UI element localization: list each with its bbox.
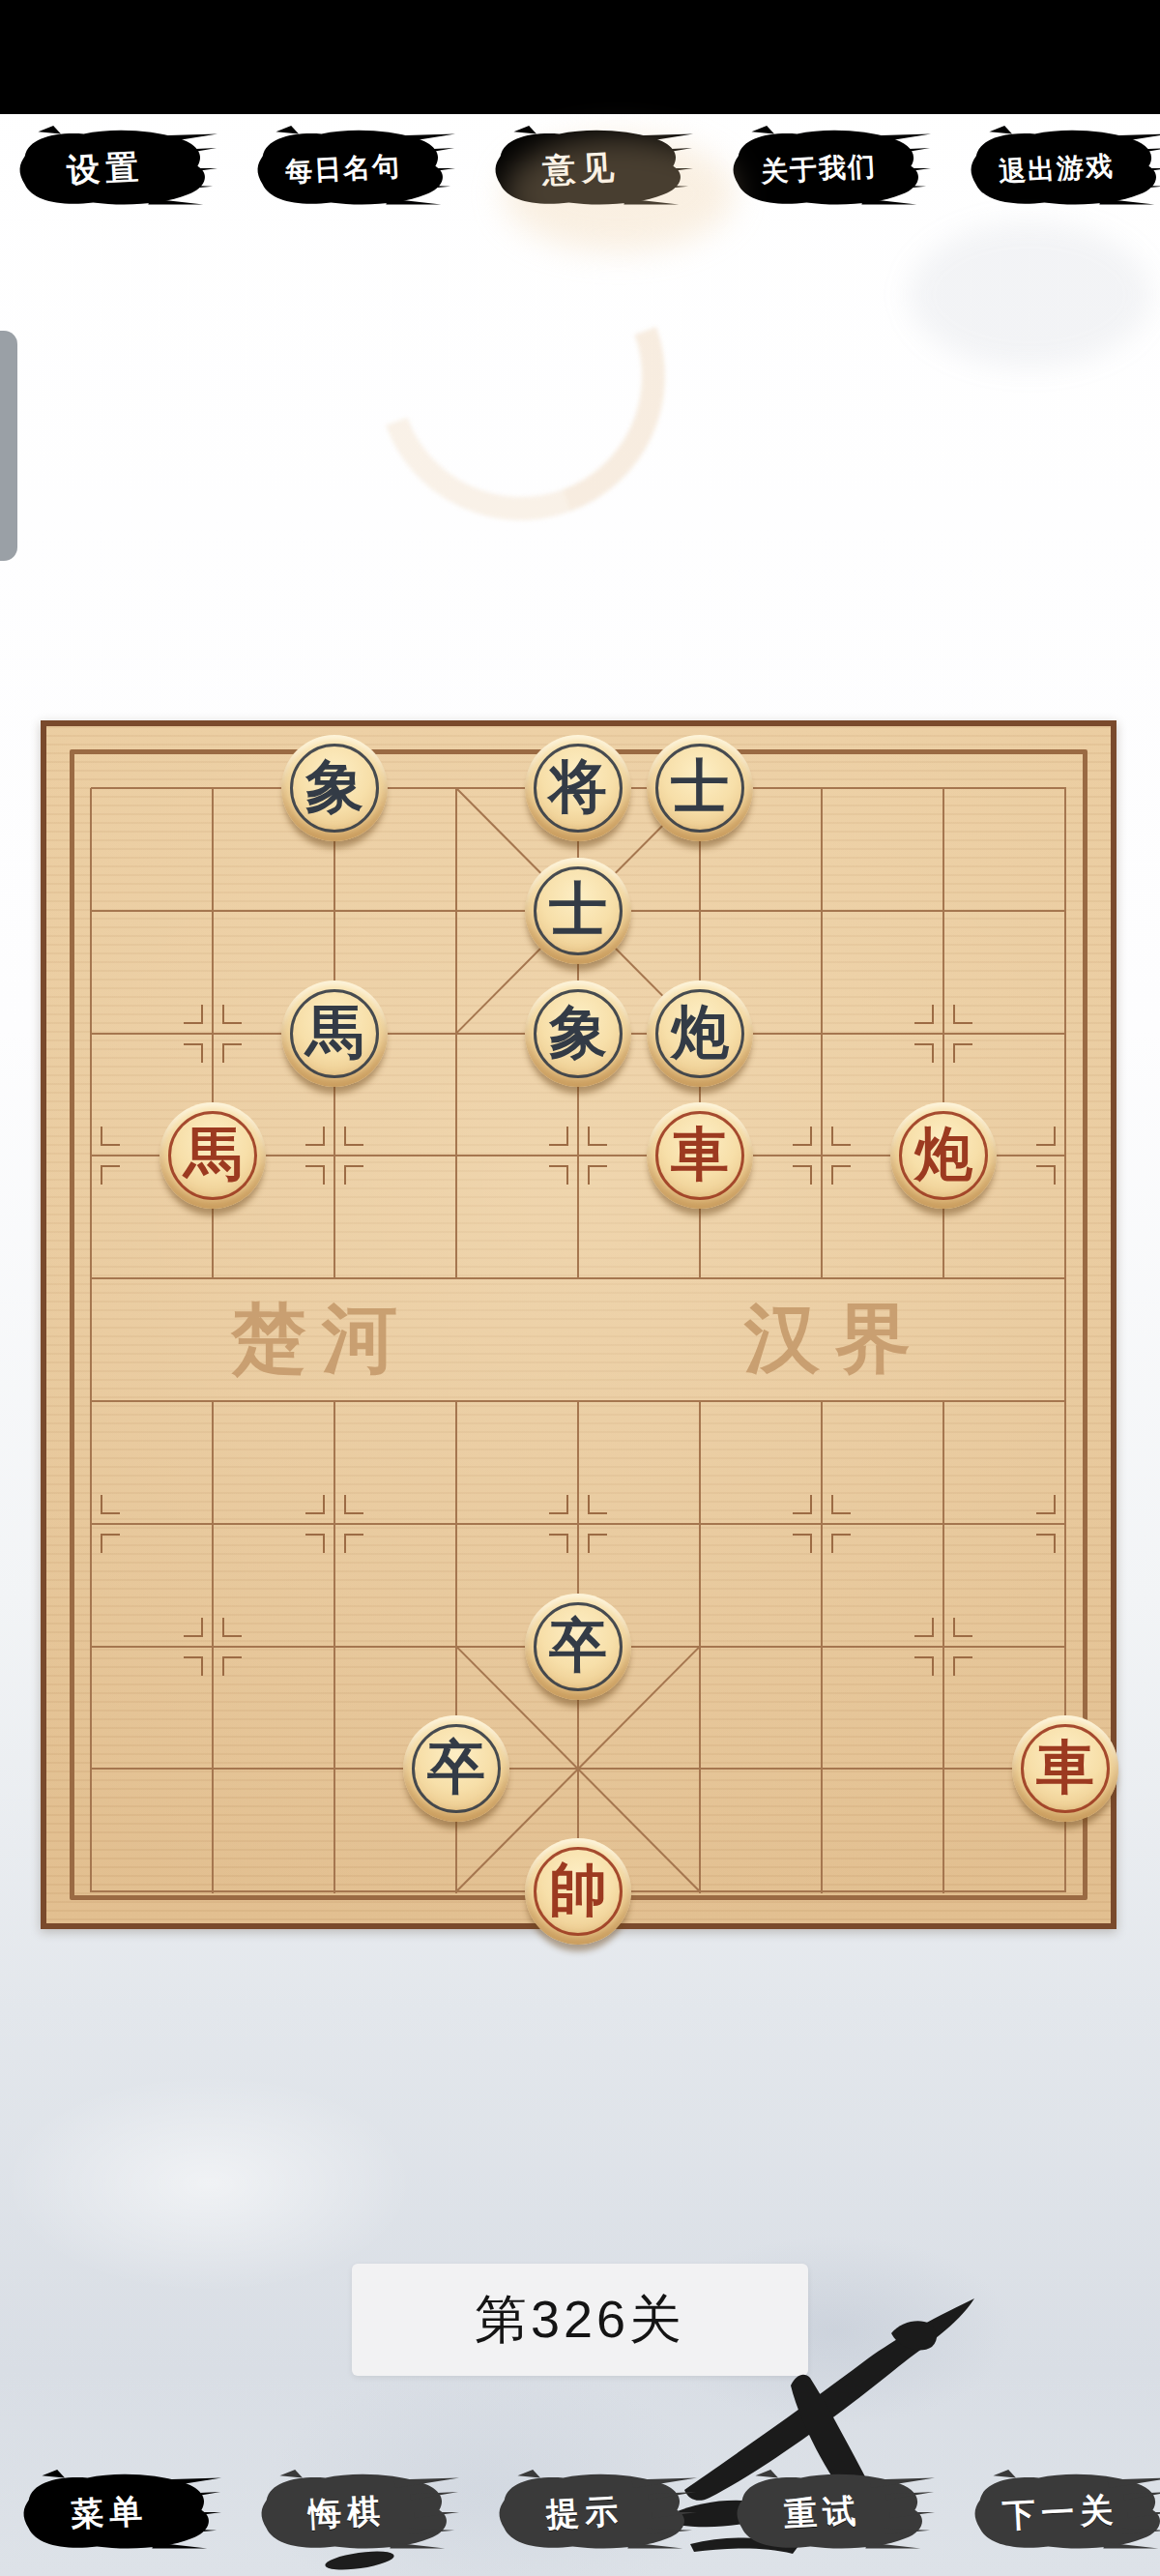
piece-glyph: 士 [647, 734, 753, 840]
point-marker [305, 1534, 325, 1553]
top-menu: 设置 每日名句 意见 关于我们 退出游戏 [0, 124, 1160, 217]
watermark-arc [330, 185, 712, 568]
grid-line [942, 1401, 944, 1893]
point-marker [184, 1043, 203, 1063]
grid-line [821, 1401, 823, 1893]
daily-quote-label: 每日名句 [262, 120, 425, 219]
point-marker [1036, 1534, 1056, 1553]
status-bar [0, 0, 1160, 114]
point-marker [914, 1656, 934, 1676]
point-marker [344, 1165, 363, 1185]
point-marker [588, 1495, 607, 1514]
point-marker [588, 1165, 607, 1185]
point-marker [549, 1165, 568, 1185]
point-marker [549, 1534, 568, 1553]
piece-glyph: 馬 [159, 1101, 266, 1208]
point-marker [793, 1127, 812, 1146]
point-marker [305, 1495, 325, 1514]
ink-smudge [909, 222, 1150, 367]
point-marker [101, 1495, 120, 1514]
point-marker [549, 1127, 568, 1146]
piece-glyph: 象 [525, 980, 631, 1086]
point-marker [344, 1495, 363, 1514]
point-marker [222, 1005, 242, 1024]
point-marker [184, 1656, 203, 1676]
retry-button[interactable]: 重试 [727, 2468, 936, 2559]
point-marker [953, 1005, 972, 1024]
point-marker [101, 1165, 120, 1185]
grid-line [699, 1401, 701, 1893]
point-marker [222, 1043, 242, 1063]
undo-button[interactable]: 悔棋 [251, 2468, 460, 2559]
settings-label: 设置 [24, 120, 188, 219]
about-us-label: 关于我们 [738, 120, 901, 219]
point-marker [914, 1043, 934, 1063]
piece-glyph: 将 [525, 734, 631, 840]
drawer-handle[interactable] [0, 331, 17, 561]
piece-glyph: 炮 [890, 1101, 997, 1208]
piece-glyph: 馬 [281, 980, 388, 1086]
river-label-left: 楚河 [231, 1289, 413, 1390]
about-us-button[interactable]: 关于我们 [723, 124, 932, 215]
point-marker [305, 1165, 325, 1185]
bottom-menu: 菜单 悔棋 提示 重试 下一关 [0, 2468, 1160, 2564]
point-marker [831, 1165, 851, 1185]
point-marker [1036, 1127, 1056, 1146]
menu-button[interactable]: 菜单 [14, 2468, 222, 2559]
point-marker [831, 1127, 851, 1146]
piece-glyph: 象 [281, 734, 388, 840]
retry-label: 重试 [741, 2464, 905, 2562]
point-marker [1036, 1165, 1056, 1185]
point-marker [793, 1534, 812, 1553]
grid-line [333, 1401, 335, 1893]
piece-glyph: 車 [647, 1101, 753, 1208]
point-marker [588, 1127, 607, 1146]
point-marker [222, 1656, 242, 1676]
grid-line [455, 788, 457, 1278]
xiangqi-board[interactable]: 楚河 汉界 象将士士馬象炮馬車炮卒卒車帥 [41, 720, 1116, 1929]
piece-black-炮[interactable]: 炮 [647, 981, 753, 1087]
piece-black-象[interactable]: 象 [525, 981, 631, 1087]
level-badge: 第326关 [352, 2264, 808, 2376]
point-marker [101, 1534, 120, 1553]
point-marker [222, 1618, 242, 1637]
point-marker [305, 1127, 325, 1146]
point-marker [953, 1043, 972, 1063]
point-marker [831, 1495, 851, 1514]
point-marker [914, 1618, 934, 1637]
piece-red-馬[interactable]: 馬 [159, 1102, 266, 1209]
point-marker [588, 1534, 607, 1553]
hint-button[interactable]: 提示 [489, 2468, 698, 2559]
river: 楚河 汉界 [91, 1278, 1066, 1401]
piece-red-車[interactable]: 車 [647, 1102, 753, 1209]
point-marker [549, 1495, 568, 1514]
point-marker [914, 1005, 934, 1024]
piece-black-馬[interactable]: 馬 [281, 981, 388, 1087]
settings-button[interactable]: 设置 [10, 124, 218, 215]
point-marker [793, 1495, 812, 1514]
point-marker [953, 1618, 972, 1637]
next-level-button[interactable]: 下一关 [965, 2468, 1160, 2559]
grid-line [212, 1401, 214, 1893]
point-marker [184, 1618, 203, 1637]
piece-black-士[interactable]: 士 [525, 858, 631, 964]
piece-glyph: 車 [1012, 1714, 1118, 1821]
piece-glyph: 卒 [525, 1593, 631, 1699]
point-marker [831, 1534, 851, 1553]
river-label-right: 汉界 [744, 1289, 926, 1390]
exit-game-label: 退出游戏 [975, 120, 1139, 219]
piece-glyph: 炮 [647, 980, 753, 1086]
hint-label: 提示 [504, 2464, 667, 2562]
point-marker [344, 1127, 363, 1146]
feedback-button[interactable]: 意见 [485, 124, 694, 215]
daily-quote-button[interactable]: 每日名句 [247, 124, 456, 215]
undo-label: 悔棋 [266, 2464, 429, 2562]
piece-red-帥[interactable]: 帥 [525, 1838, 631, 1945]
piece-black-象[interactable]: 象 [281, 735, 388, 841]
menu-label: 菜单 [28, 2464, 191, 2562]
piece-black-卒[interactable]: 卒 [403, 1715, 509, 1822]
piece-black-卒[interactable]: 卒 [525, 1594, 631, 1700]
feedback-label: 意见 [500, 120, 663, 219]
point-marker [184, 1005, 203, 1024]
point-marker [1036, 1495, 1056, 1514]
piece-glyph: 士 [525, 857, 631, 963]
point-marker [344, 1534, 363, 1553]
grid-line [821, 788, 823, 1278]
next-level-label: 下一关 [979, 2464, 1143, 2562]
point-marker [953, 1656, 972, 1676]
point-marker [101, 1127, 120, 1146]
piece-red-炮[interactable]: 炮 [890, 1102, 997, 1209]
piece-black-将[interactable]: 将 [525, 735, 631, 841]
piece-glyph: 帥 [525, 1837, 631, 1944]
exit-game-button[interactable]: 退出游戏 [961, 124, 1160, 215]
piece-glyph: 卒 [403, 1714, 509, 1821]
point-marker [793, 1165, 812, 1185]
piece-black-士[interactable]: 士 [647, 735, 753, 841]
piece-red-車[interactable]: 車 [1012, 1715, 1118, 1822]
